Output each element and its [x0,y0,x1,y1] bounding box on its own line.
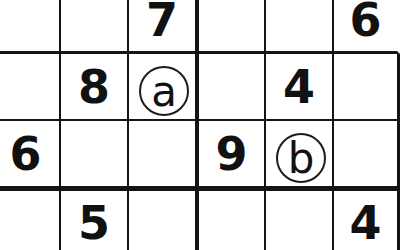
given-digit: 8 [78,64,110,110]
sudoku-cell-r4c3 [129,191,199,250]
sudoku-cell-r4c2: 5 [61,191,129,250]
sudoku-cell-r4c5 [266,191,334,250]
sudoku-cell-r4c6: 4 [334,191,400,250]
sudoku-cell-r4c4 [199,191,266,250]
given-digit: 4 [349,200,381,246]
sudoku-cell-r1c4 [199,0,266,54]
circled-letter-a: a [139,66,189,116]
scanned-puzzle-page: 768a469b54 [0,0,400,250]
sudoku-cell-r3c3 [129,121,199,191]
given-digit: 6 [9,131,41,177]
sudoku-cell-r3c4: 9 [199,121,266,191]
sudoku-cell-r2c1 [0,54,61,121]
sudoku-cell-r4c1 [0,191,61,250]
given-digit: 7 [146,0,178,43]
sudoku-cell-r1c3: 7 [129,0,199,54]
sudoku-cell-r3c6 [334,121,400,191]
sudoku-cell-r1c2 [61,0,129,54]
sudoku-cell-r2c2: 8 [61,54,129,121]
sudoku-cell-r2c4 [199,54,266,121]
sudoku-cell-r1c1 [0,0,61,54]
sudoku-cell-r1c6: 6 [334,0,400,54]
sudoku-cell-r3c2 [61,121,129,191]
sudoku-cell-r1c5 [266,0,334,54]
given-digit: 6 [349,0,381,43]
sudoku-board: 768a469b54 [0,0,400,250]
circled-letter-b: b [276,133,326,183]
reference-letter: a [151,71,177,113]
sudoku-cell-r2c6 [334,54,400,121]
sudoku-cell-r3c1: 6 [0,121,61,191]
sudoku-cell-r3c5: b [266,121,334,191]
sudoku-cell-r2c3: a [129,54,199,121]
given-digit: 5 [78,200,110,246]
sudoku-cell-r2c5: 4 [266,54,334,121]
given-digit: 9 [215,131,247,177]
reference-letter: b [288,138,315,180]
given-digit: 4 [283,64,315,110]
